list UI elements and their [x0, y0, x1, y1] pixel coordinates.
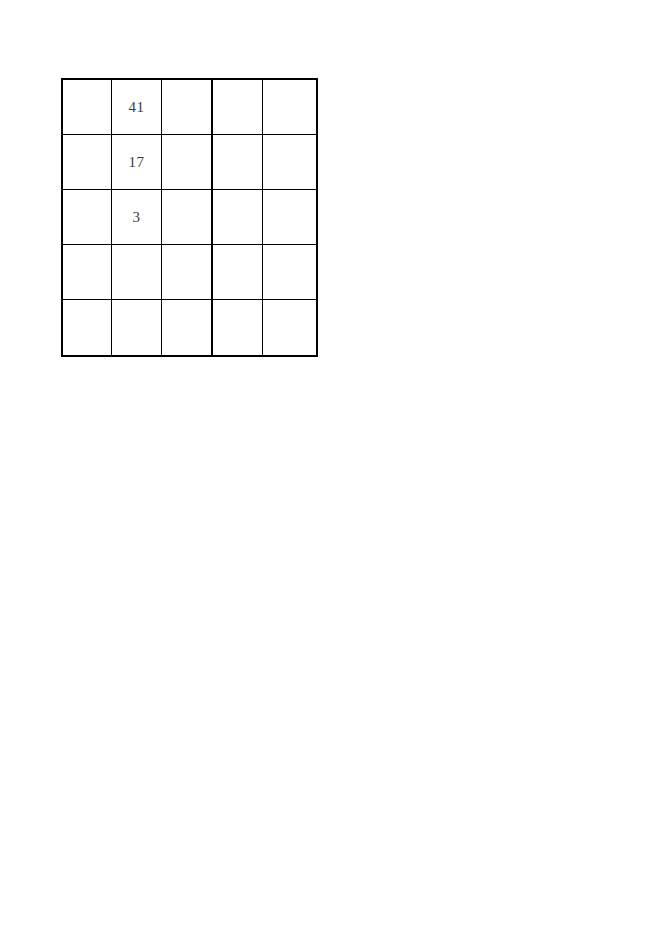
grid-cell-empty-r1c1[interactable] [63, 80, 112, 135]
grid-cell-empty-r1c5[interactable] [263, 80, 316, 135]
grid-cell-empty-r3c3[interactable] [162, 190, 213, 245]
grid-cell-empty-r2c3[interactable] [162, 135, 213, 190]
grid-cell-given-r2c2[interactable]: 17 [112, 135, 162, 190]
grid-cell-empty-r3c1[interactable] [63, 190, 112, 245]
grid-cell-empty-r5c5[interactable] [263, 300, 316, 355]
grid-cell-empty-r1c3[interactable] [162, 80, 213, 135]
grid-cell-empty-r3c4[interactable] [213, 190, 263, 245]
puzzle-board: 41173 [61, 78, 318, 357]
grid-cell-empty-r5c4[interactable] [213, 300, 263, 355]
grid-cell-empty-r4c4[interactable] [213, 245, 263, 300]
grid-cell-empty-r4c3[interactable] [162, 245, 213, 300]
grid-cell-empty-r5c2[interactable] [112, 300, 162, 355]
grid-cell-empty-r4c1[interactable] [63, 245, 112, 300]
grid-cell-empty-r3c5[interactable] [263, 190, 316, 245]
grid-cell-empty-r1c4[interactable] [213, 80, 263, 135]
grid-cell-empty-r5c3[interactable] [162, 300, 213, 355]
grid-cell-empty-r4c2[interactable] [112, 245, 162, 300]
grid-cell-given-r3c2[interactable]: 3 [112, 190, 162, 245]
grid-cell-empty-r2c5[interactable] [263, 135, 316, 190]
grid-cell-given-r1c2[interactable]: 41 [112, 80, 162, 135]
grid-cell-empty-r2c4[interactable] [213, 135, 263, 190]
grid-cell-empty-r5c1[interactable] [63, 300, 112, 355]
grid-cell-empty-r2c1[interactable] [63, 135, 112, 190]
grid-cell-empty-r4c5[interactable] [263, 245, 316, 300]
